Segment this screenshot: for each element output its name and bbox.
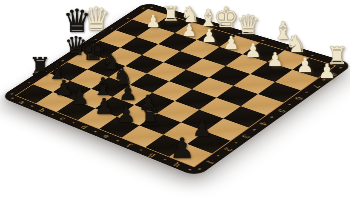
piece-white-pawn-c7[interactable]: ♟ <box>201 27 217 45</box>
rank-label-6: 6 <box>292 96 303 101</box>
piece-black-pawn-h1[interactable]: ♟ <box>169 135 194 163</box>
file-label-c: c <box>59 116 68 121</box>
piece-black-pawn-d1[interactable]: ♟ <box>94 96 114 118</box>
rank-label-3: 3 <box>239 133 250 138</box>
piece-white-pawn-e7[interactable]: ♟ <box>244 41 261 60</box>
piece-black-pawn-e1[interactable]: ♟ <box>116 104 136 126</box>
piece-white-pawn-a7[interactable]: ♟ <box>145 13 160 30</box>
rank-label-2: 2 <box>221 146 232 152</box>
border-dot <box>116 140 119 142</box>
piece-white-rook-a8[interactable]: ♜ <box>162 4 181 25</box>
rank-label-7: 7 <box>309 83 320 88</box>
border-dot <box>142 7 145 8</box>
rank-label-4: 4 <box>257 121 268 126</box>
piece-white-queen-e8[interactable]: ♛ <box>236 11 260 38</box>
rank-label-5: 5 <box>275 108 286 113</box>
border-dot <box>305 91 309 93</box>
rank-label-1: 1 <box>203 159 214 165</box>
border-dot <box>94 131 97 133</box>
border-dot <box>216 155 220 157</box>
border-dot <box>198 168 202 170</box>
file-label-e: e <box>102 133 112 138</box>
border-dot <box>31 105 34 107</box>
border-dot <box>234 142 238 144</box>
border-dot <box>72 122 75 124</box>
border-dot <box>126 18 129 19</box>
border-dot <box>27 82 30 84</box>
piece-black-pawn-c1[interactable]: ♟ <box>71 87 90 108</box>
border-dot <box>252 129 256 131</box>
piece-black-rook-f1[interactable]: ♜ <box>139 105 161 129</box>
piece-white-pawn-d7[interactable]: ♟ <box>223 34 239 52</box>
border-dot <box>51 113 54 115</box>
file-label-b: b <box>38 107 47 112</box>
piece-white-pawn-b7[interactable]: ♟ <box>181 22 196 39</box>
border-dot <box>261 40 264 42</box>
border-dot <box>287 103 291 105</box>
border-dot <box>150 6 153 7</box>
border-dot <box>163 159 167 161</box>
file-label-d: d <box>80 124 90 129</box>
file-label-f: f <box>125 143 133 148</box>
border-dot <box>188 168 192 170</box>
piece-white-pawn-f7[interactable]: ♟ <box>266 50 283 69</box>
piece-white-pawn-g7[interactable]: ♟ <box>296 55 314 75</box>
border-dot <box>10 93 13 95</box>
file-label-a: a <box>18 99 27 104</box>
border-dot <box>11 97 14 99</box>
border-dot <box>139 149 143 151</box>
border-dot <box>270 116 274 118</box>
chess-set-product-photo: abcdefgh12345678 ♜♞♚♝♛♟♛♛♟♝♟♟♞♛♟♚♜♟♞♟♜♟♝… <box>0 0 350 197</box>
piece-black-pawn-h2[interactable]: ♟ <box>192 118 212 140</box>
piece-white-pawn-h7[interactable]: ♟ <box>318 61 336 81</box>
file-label-g: g <box>148 152 158 158</box>
